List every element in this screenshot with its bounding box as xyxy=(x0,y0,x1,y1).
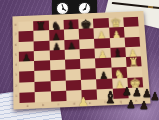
clock-hour-hand xyxy=(63,8,66,11)
square-d6: ♟ xyxy=(64,39,80,50)
clock-minute-hand xyxy=(85,4,87,9)
square-d3 xyxy=(65,69,81,80)
square-c3 xyxy=(50,70,66,81)
square-a3 xyxy=(19,71,35,82)
square-f5: ♟ xyxy=(95,48,111,59)
square-h3 xyxy=(126,67,142,78)
square-a4 xyxy=(19,61,34,72)
square-e5 xyxy=(80,48,96,59)
table-scene: ♜♞♝♚♛♟♟♟♟♟♟♟♝♟♜♟♞♟♚ abcdefgh 87654321 ♝♟… xyxy=(0,0,159,120)
square-e6 xyxy=(79,38,95,49)
square-b7 xyxy=(34,30,49,41)
square-h5: ♟ xyxy=(125,46,141,57)
square-c5 xyxy=(49,50,65,61)
square-b4 xyxy=(34,60,50,71)
square-c2 xyxy=(50,80,66,91)
square-f4 xyxy=(95,58,111,69)
square-a2 xyxy=(19,81,35,92)
square-c4 xyxy=(50,60,66,71)
captured-light-pieces: ♟ xyxy=(76,94,92,114)
square-f3: ♟ xyxy=(96,68,112,79)
square-a1 xyxy=(19,92,35,103)
clock-minute-hand xyxy=(61,4,63,9)
captured-pawn: ♟ xyxy=(150,91,159,102)
captured-pawn: ♟ xyxy=(78,96,89,108)
captured-bishop: ♝ xyxy=(103,90,117,106)
square-b6 xyxy=(34,40,49,51)
file-label-b: b xyxy=(35,102,51,109)
clock-dial-left xyxy=(56,2,69,15)
captured-pawn: ♟ xyxy=(132,87,142,98)
square-c7: ♟ xyxy=(49,30,64,41)
square-f6 xyxy=(94,38,110,49)
square-b3 xyxy=(34,70,50,81)
square-e4 xyxy=(80,58,96,69)
captured-pawn: ♟ xyxy=(126,99,136,110)
square-a5: ♟ xyxy=(19,51,34,62)
square-g3: ♞ xyxy=(111,67,127,78)
captured-pawn: ♟ xyxy=(139,100,149,111)
clock-hour-hand xyxy=(82,8,85,10)
square-b1 xyxy=(35,91,51,102)
captured-dark-pieces: ♝♟♟♟♟♟♟ xyxy=(100,84,159,120)
file-label-c: c xyxy=(51,101,67,108)
square-h6 xyxy=(124,36,140,47)
square-e2 xyxy=(81,79,97,90)
file-label-a: a xyxy=(20,102,36,109)
square-c1 xyxy=(50,90,66,101)
square-d4 xyxy=(65,59,81,70)
square-c6: ♟ xyxy=(49,40,64,51)
pen xyxy=(112,2,159,9)
square-e3 xyxy=(80,69,96,80)
square-b2 xyxy=(35,81,51,92)
square-d2 xyxy=(66,79,82,90)
square-g4 xyxy=(110,57,126,68)
square-h4: ♜ xyxy=(126,56,142,67)
square-a6 xyxy=(19,41,34,52)
square-d5 xyxy=(64,49,80,60)
square-g5: ♝ xyxy=(110,47,126,58)
captured-pawn: ♟ xyxy=(122,86,132,97)
square-b5 xyxy=(34,50,49,61)
